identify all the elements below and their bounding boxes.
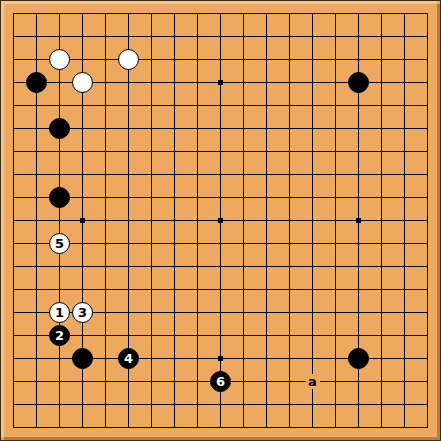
go-board[interactable]: 513246a	[0, 0, 441, 441]
white-stone-c6: 1	[49, 302, 70, 323]
white-stone-d16	[72, 72, 93, 93]
star-point	[80, 218, 85, 223]
move-number: 5	[55, 237, 64, 251]
black-stone-c5: 2	[49, 325, 70, 346]
move-number: 1	[55, 306, 64, 320]
white-stone-c17	[49, 49, 70, 70]
move-number: 4	[124, 352, 133, 366]
move-number: 6	[216, 375, 225, 389]
white-stone-f17	[118, 49, 139, 70]
white-stone-c9: 5	[49, 233, 70, 254]
move-number: 3	[78, 306, 87, 320]
black-stone-c11	[49, 187, 70, 208]
black-stone-b16	[26, 72, 47, 93]
white-stone-d6: 3	[72, 302, 93, 323]
black-stone-c14	[49, 118, 70, 139]
black-stone-k3: 6	[210, 371, 231, 392]
star-point	[218, 356, 223, 361]
star-point	[218, 80, 223, 85]
point-label-a: a	[306, 374, 320, 389]
black-stone-d4	[72, 348, 93, 369]
go-board-grid[interactable]: 513246a	[2, 2, 439, 439]
move-number: 2	[55, 329, 64, 343]
black-stone-q16	[348, 72, 369, 93]
black-stone-f4: 4	[118, 348, 139, 369]
star-point	[356, 218, 361, 223]
star-point	[218, 218, 223, 223]
black-stone-q4	[348, 348, 369, 369]
